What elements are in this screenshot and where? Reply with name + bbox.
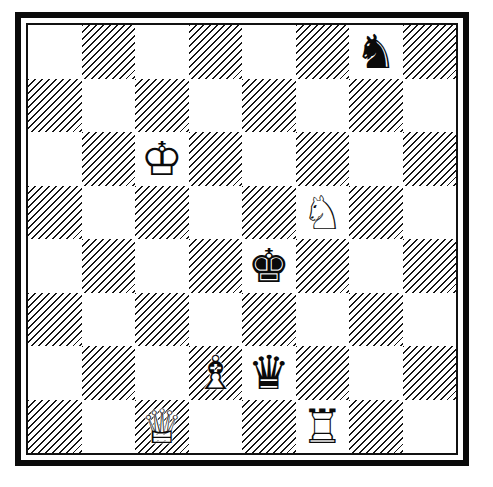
square-f5[interactable]: ♞♘ [296,186,350,240]
square-d1[interactable] [189,400,243,454]
square-c6[interactable]: ♚♔ [135,132,189,186]
square-d6[interactable] [189,132,243,186]
square-h5[interactable] [403,186,457,240]
piece-black-queen[interactable]: ♛ [242,346,296,400]
square-g7[interactable] [349,79,403,133]
piece-white-knight[interactable]: ♞♘ [296,186,350,240]
square-d3[interactable] [189,293,243,347]
square-e7[interactable] [242,79,296,133]
square-h1[interactable] [403,400,457,454]
square-g5[interactable] [349,186,403,240]
chess-board-frame: ♞♚♔♞♘♚♝♗♛♛♕♜♖ [15,12,469,466]
square-c7[interactable] [135,79,189,133]
square-a3[interactable] [28,293,82,347]
queen-icon: ♕ [135,400,189,454]
square-a4[interactable] [28,239,82,293]
square-f7[interactable] [296,79,350,133]
square-f3[interactable] [296,293,350,347]
square-e5[interactable] [242,186,296,240]
piece-white-rook[interactable]: ♜♖ [296,400,350,454]
square-a7[interactable] [28,79,82,133]
square-g1[interactable] [349,400,403,454]
bishop-icon: ♗ [189,346,243,400]
square-g8[interactable]: ♞ [349,25,403,79]
square-f2[interactable] [296,346,350,400]
square-f8[interactable] [296,25,350,79]
piece-white-queen[interactable]: ♛♕ [135,400,189,454]
square-b2[interactable] [82,346,136,400]
square-c3[interactable] [135,293,189,347]
square-h8[interactable] [403,25,457,79]
square-a1[interactable] [28,400,82,454]
square-c4[interactable] [135,239,189,293]
square-c1[interactable]: ♛♕ [135,400,189,454]
square-h3[interactable] [403,293,457,347]
piece-black-king[interactable]: ♚ [242,239,296,293]
queen-icon: ♛ [242,346,296,400]
square-h2[interactable] [403,346,457,400]
square-a6[interactable] [28,132,82,186]
square-e1[interactable] [242,400,296,454]
square-g4[interactable] [349,239,403,293]
square-h6[interactable] [403,132,457,186]
square-g3[interactable] [349,293,403,347]
piece-white-king[interactable]: ♚♔ [135,132,189,186]
square-h4[interactable] [403,239,457,293]
square-b5[interactable] [82,186,136,240]
square-e4[interactable]: ♚ [242,239,296,293]
square-b6[interactable] [82,132,136,186]
square-e6[interactable] [242,132,296,186]
square-h7[interactable] [403,79,457,133]
square-b7[interactable] [82,79,136,133]
square-a2[interactable] [28,346,82,400]
king-icon: ♚ [242,239,296,293]
square-c8[interactable] [135,25,189,79]
rook-icon: ♖ [296,400,350,454]
page: ♞♚♔♞♘♚♝♗♛♛♕♜♖ [0,0,493,487]
square-c5[interactable] [135,186,189,240]
square-b3[interactable] [82,293,136,347]
square-d5[interactable] [189,186,243,240]
piece-black-knight[interactable]: ♞ [349,25,403,79]
square-d8[interactable] [189,25,243,79]
square-f4[interactable] [296,239,350,293]
square-e3[interactable] [242,293,296,347]
square-f1[interactable]: ♜♖ [296,400,350,454]
square-b4[interactable] [82,239,136,293]
chess-board: ♞♚♔♞♘♚♝♗♛♛♕♜♖ [28,25,456,453]
king-icon: ♔ [135,132,189,186]
square-e2[interactable]: ♛ [242,346,296,400]
square-c2[interactable] [135,346,189,400]
square-f6[interactable] [296,132,350,186]
square-d4[interactable] [189,239,243,293]
knight-icon: ♘ [296,186,350,240]
square-b1[interactable] [82,400,136,454]
square-a8[interactable] [28,25,82,79]
square-e8[interactable] [242,25,296,79]
square-d2[interactable]: ♝♗ [189,346,243,400]
square-b8[interactable] [82,25,136,79]
square-a5[interactable] [28,186,82,240]
square-g2[interactable] [349,346,403,400]
piece-white-bishop[interactable]: ♝♗ [189,346,243,400]
square-d7[interactable] [189,79,243,133]
chess-board-inner-border: ♞♚♔♞♘♚♝♗♛♛♕♜♖ [26,23,458,455]
square-g6[interactable] [349,132,403,186]
knight-icon: ♞ [349,25,403,79]
